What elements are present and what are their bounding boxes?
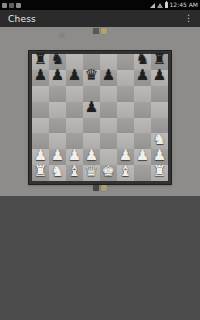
black-rook: ♜ xyxy=(34,52,47,67)
action-bar: Chess ⋮ xyxy=(0,10,200,27)
square-b4[interactable] xyxy=(49,118,66,134)
square-a7[interactable]: ♟ xyxy=(32,70,49,86)
square-f5[interactable] xyxy=(117,102,134,118)
square-e4[interactable] xyxy=(100,118,117,134)
square-f7[interactable] xyxy=(117,70,134,86)
square-f1[interactable]: ♝ xyxy=(117,165,134,181)
square-a1[interactable]: ♜ xyxy=(32,165,49,181)
status-indicators: 12:45 AM xyxy=(150,2,198,8)
white-pawn: ♟ xyxy=(34,148,47,163)
white-pawn: ♟ xyxy=(119,148,132,163)
square-c1[interactable]: ♝ xyxy=(66,165,83,181)
square-f8[interactable] xyxy=(117,54,134,70)
square-f6[interactable] xyxy=(117,86,134,102)
square-h6[interactable] xyxy=(151,86,168,102)
black-pawn: ♟ xyxy=(136,68,149,83)
square-b6[interactable] xyxy=(49,86,66,102)
promotion-picker xyxy=(61,33,63,35)
square-g2[interactable]: ♟ xyxy=(134,149,151,165)
lower-panel xyxy=(0,196,200,320)
square-e6[interactable] xyxy=(100,86,117,102)
square-d4[interactable] xyxy=(83,118,100,134)
notification-icon xyxy=(16,3,21,8)
wifi-icon xyxy=(157,3,163,8)
black-rook: ♜ xyxy=(153,52,166,67)
square-f4[interactable] xyxy=(117,118,134,134)
signal-icon xyxy=(150,3,155,8)
square-d1[interactable]: ♛ xyxy=(83,165,100,181)
square-c7[interactable]: ♟ xyxy=(66,70,83,86)
black-knight: ♞ xyxy=(51,52,64,67)
black-pawn: ♟ xyxy=(102,68,115,83)
overflow-menu-button[interactable]: ⋮ xyxy=(181,14,196,23)
square-c6[interactable] xyxy=(66,86,83,102)
black-pawn: ♟ xyxy=(153,68,166,83)
black-knight: ♞ xyxy=(136,52,149,67)
notification-icon xyxy=(9,3,14,8)
top-move-indicator xyxy=(93,28,107,34)
black-indicator-chip xyxy=(93,185,99,191)
white-knight: ♞ xyxy=(153,132,166,147)
square-c5[interactable] xyxy=(66,102,83,118)
square-b5[interactable] xyxy=(49,102,66,118)
white-rook: ♜ xyxy=(34,164,47,179)
white-pawn: ♟ xyxy=(136,148,149,163)
black-pawn: ♟ xyxy=(85,100,98,115)
white-pawn: ♟ xyxy=(153,148,166,163)
white-indicator-chip xyxy=(101,185,107,191)
status-bar: 12:45 AM xyxy=(0,0,200,10)
square-c4[interactable] xyxy=(66,118,83,134)
square-g4[interactable] xyxy=(134,118,151,134)
square-e3[interactable] xyxy=(100,133,117,149)
square-g7[interactable]: ♟ xyxy=(134,70,151,86)
white-knight: ♞ xyxy=(51,164,64,179)
battery-icon xyxy=(165,2,168,8)
square-e7[interactable]: ♟ xyxy=(100,70,117,86)
black-pawn: ♟ xyxy=(68,68,81,83)
square-g5[interactable] xyxy=(134,102,151,118)
notification-icons xyxy=(2,3,21,8)
square-a5[interactable] xyxy=(32,102,49,118)
white-bishop: ♝ xyxy=(119,164,132,179)
square-b7[interactable]: ♟ xyxy=(49,70,66,86)
notification-icon xyxy=(2,3,7,8)
black-indicator-chip xyxy=(93,28,99,34)
white-rook: ♜ xyxy=(153,164,166,179)
white-pawn: ♟ xyxy=(68,148,81,163)
square-h7[interactable]: ♟ xyxy=(151,70,168,86)
square-b1[interactable]: ♞ xyxy=(49,165,66,181)
bottom-move-indicator xyxy=(93,185,107,191)
square-d5[interactable]: ♟ xyxy=(83,102,100,118)
white-pawn: ♟ xyxy=(85,148,98,163)
app-title: Chess xyxy=(8,14,36,24)
status-clock: 12:45 AM xyxy=(170,2,198,8)
square-e1[interactable]: ♚ xyxy=(100,165,117,181)
white-bishop: ♝ xyxy=(68,164,81,179)
black-pawn: ♟ xyxy=(51,68,64,83)
white-queen: ♛ xyxy=(85,164,98,179)
black-queen: ♛ xyxy=(85,68,98,83)
chess-board[interactable]: ♜♞♞♜♟♟♟♛♟♟♟♟♞♟♟♟♟♟♟♟♜♞♝♛♚♝♜ xyxy=(29,51,171,184)
chess-app-screen: 12:45 AM Chess ⋮ ♜♞♞♜♟♟♟♛♟♟♟♟♞♟♟♟♟♟♟♟♜♞♝… xyxy=(0,0,200,320)
square-g1[interactable] xyxy=(134,165,151,181)
square-a4[interactable] xyxy=(32,118,49,134)
square-h1[interactable]: ♜ xyxy=(151,165,168,181)
square-a6[interactable] xyxy=(32,86,49,102)
white-pawn: ♟ xyxy=(51,148,64,163)
square-g6[interactable] xyxy=(134,86,151,102)
white-king: ♚ xyxy=(102,164,115,179)
square-e5[interactable] xyxy=(100,102,117,118)
white-indicator-chip xyxy=(101,28,107,34)
square-h5[interactable] xyxy=(151,102,168,118)
square-d7[interactable]: ♛ xyxy=(83,70,100,86)
black-pawn: ♟ xyxy=(34,68,47,83)
